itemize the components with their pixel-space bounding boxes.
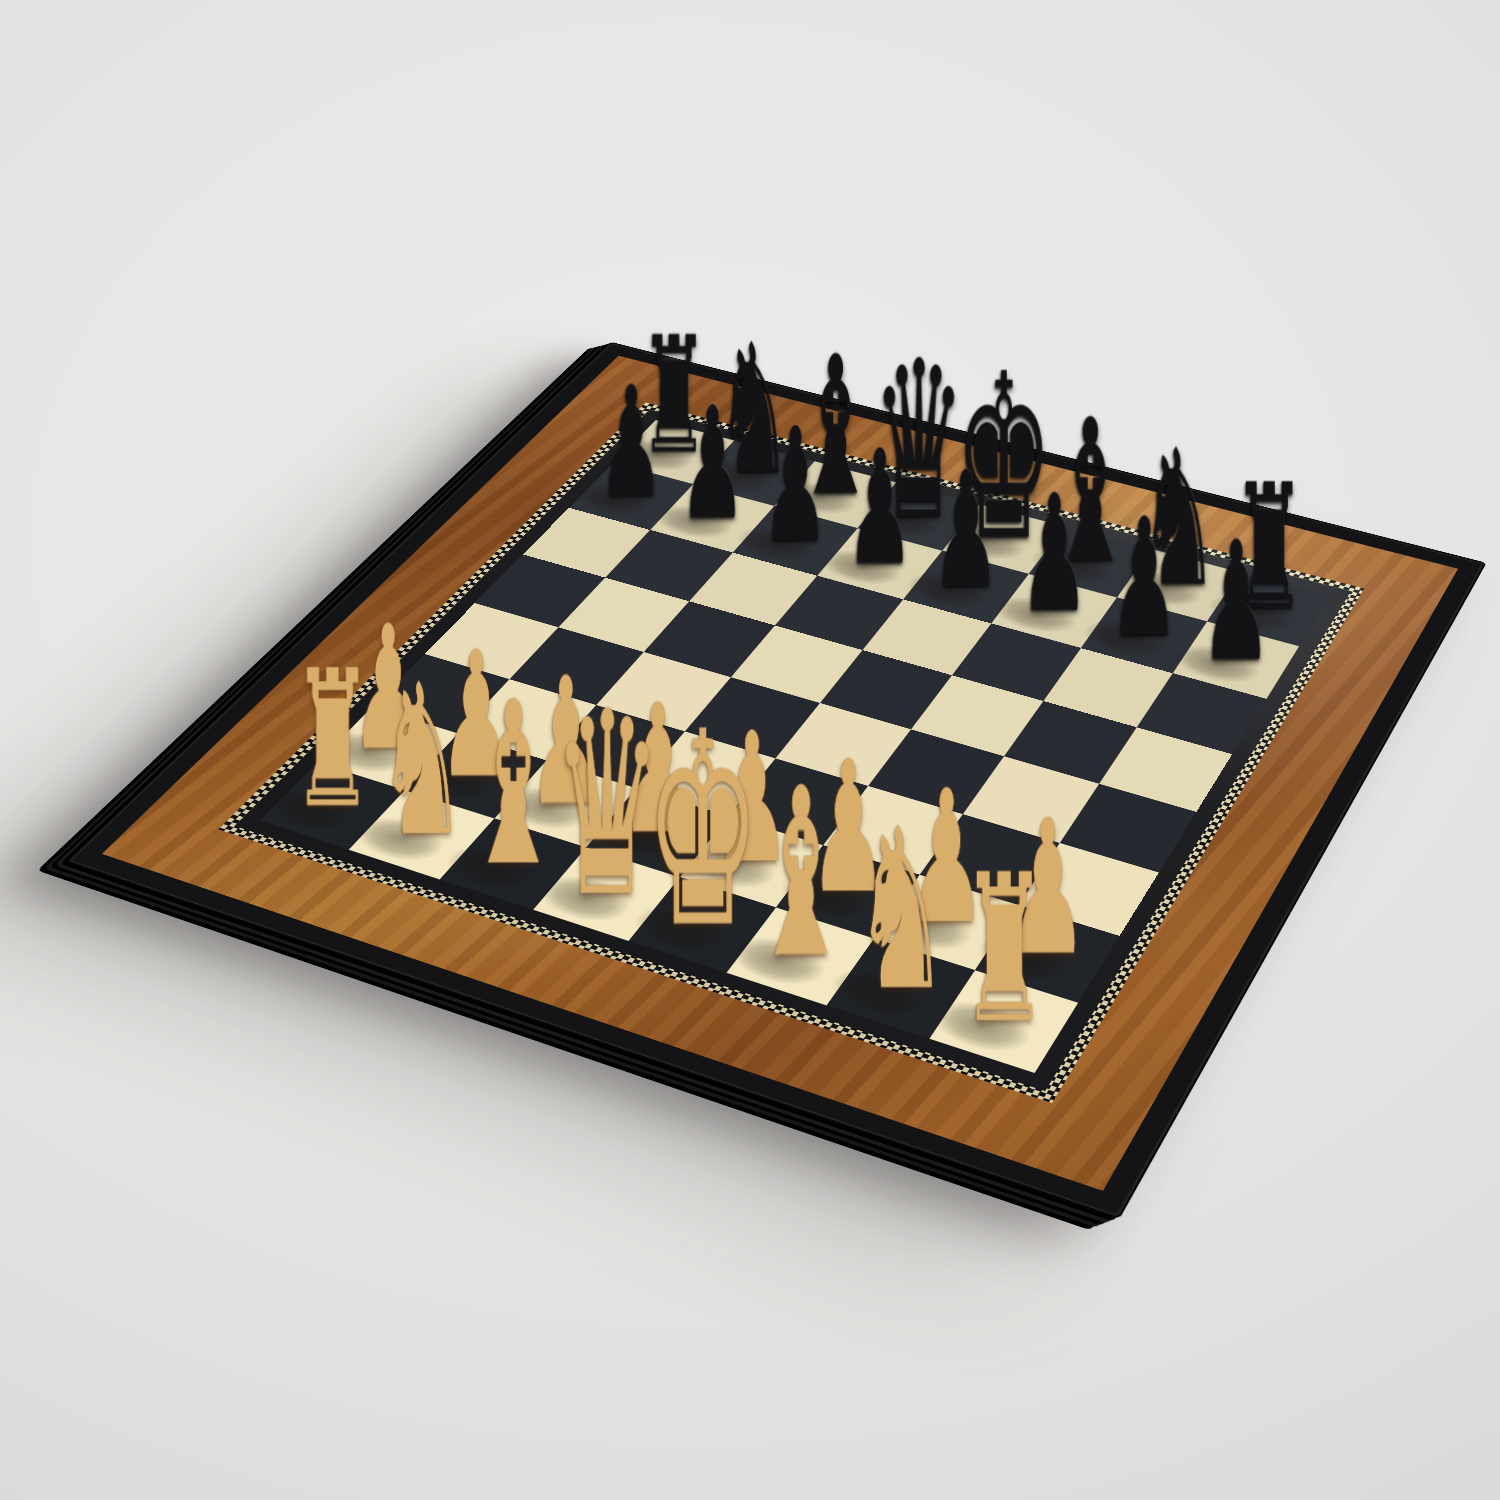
camera-perspective: ♜♞♝♛♚♝♞♜♟♟♟♟♟♟♟♟♟♟♟♟♟♟♟♟♜♞♝♛♚♝♞♜ (0, 0, 1500, 1500)
studio-backdrop: ♜♞♝♛♚♝♞♜♟♟♟♟♟♟♟♟♟♟♟♟♟♟♟♟♜♞♝♛♚♝♞♜ (0, 0, 1500, 1500)
white-rook-h1[interactable]: ♜ (923, 848, 1086, 1052)
chess-board: ♜♞♝♛♚♝♞♜♟♟♟♟♟♟♟♟♟♟♟♟♟♟♟♟♜♞♝♛♚♝♞♜ (66, 342, 1487, 1219)
